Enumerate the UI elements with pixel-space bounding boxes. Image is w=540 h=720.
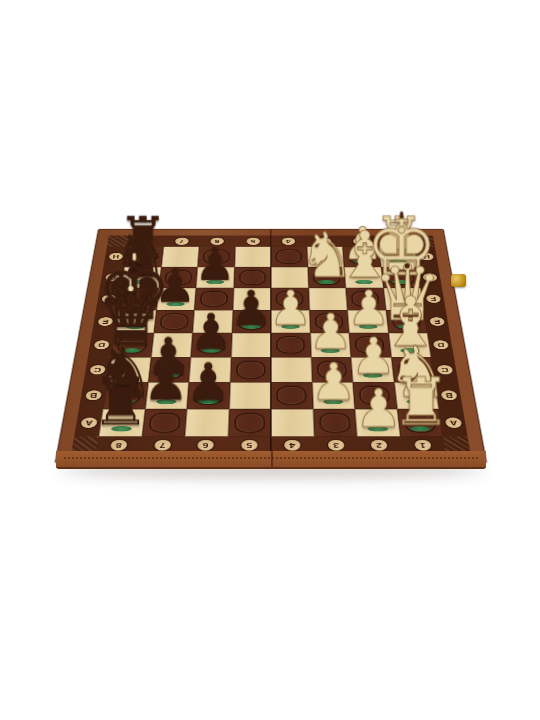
rank-label-2: 2 [371, 439, 388, 450]
square-a4[interactable] [271, 409, 314, 437]
square-c5[interactable] [230, 357, 271, 382]
square-b6[interactable]: ♟ [187, 382, 230, 408]
white-pawn-e4[interactable]: ♟ [269, 284, 312, 332]
box-front-edge [56, 451, 486, 469]
rank-label-6: 6 [197, 439, 214, 450]
board-fold-seam [270, 230, 272, 463]
square-a6[interactable] [185, 409, 229, 437]
black-pawn-d6[interactable]: ♟ [189, 307, 233, 356]
white-pawn-b3[interactable]: ♟ [311, 356, 357, 408]
black-pawn-e5[interactable]: ♟ [230, 284, 273, 332]
black-pawn-b6[interactable]: ♟ [185, 356, 231, 408]
rank-label-7: 7 [154, 439, 171, 450]
square-a5[interactable] [228, 409, 271, 437]
square-b7[interactable]: ♟ [145, 382, 189, 408]
square-a8[interactable]: ♜ [99, 409, 145, 437]
square-d5[interactable] [231, 333, 271, 357]
rank-label-6: 6 [210, 237, 224, 244]
file-label-g: G [422, 273, 437, 281]
square-b5[interactable] [229, 382, 271, 408]
square-b4[interactable] [271, 382, 313, 408]
square-b3[interactable]: ♟ [312, 382, 355, 408]
white-pawn-d3[interactable]: ♟ [309, 307, 353, 356]
white-rook-a1[interactable]: ♜ [392, 369, 451, 435]
square-g6[interactable]: ♟ [196, 267, 234, 288]
black-rook-a8[interactable]: ♜ [91, 369, 150, 435]
square-d4[interactable] [271, 333, 311, 357]
square-a3[interactable] [313, 409, 357, 437]
box-front-seam [271, 451, 273, 467]
square-e4[interactable]: ♟ [271, 310, 310, 333]
brass-clasp [451, 274, 466, 287]
rank-label-5: 5 [246, 237, 259, 244]
square-e5[interactable]: ♟ [232, 310, 271, 333]
square-c4[interactable] [271, 357, 312, 382]
rank-label-4: 4 [282, 237, 295, 244]
rank-label-8: 8 [110, 439, 128, 450]
rank-label-3: 3 [318, 237, 332, 244]
rank-label-4: 4 [284, 439, 300, 450]
rank-label-1: 1 [389, 237, 403, 244]
rank-label-7: 7 [175, 237, 189, 244]
square-a1[interactable]: ♜ [397, 409, 443, 437]
rank-label-1: 1 [414, 439, 432, 450]
rank-label-2: 2 [353, 237, 367, 244]
rank-label-5: 5 [241, 439, 257, 450]
rank-label-3: 3 [328, 439, 345, 450]
chess-box: 87654321 87654321 HGFEDCBA HGFEDCBA ♜♟♜♞… [55, 229, 487, 463]
square-h5[interactable] [234, 247, 271, 267]
